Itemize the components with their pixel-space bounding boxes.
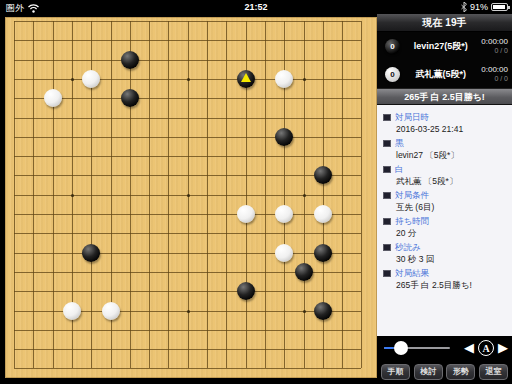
star-point [187,310,190,313]
player-row-black[interactable]: 0levin27(5段*)0:00:000 / 0 [377,32,512,60]
list-bullet-icon [383,166,391,173]
grid-line [14,330,361,331]
star-point [71,78,74,81]
list-bullet-icon [383,114,391,121]
grid-line [226,21,227,368]
black-stone[interactable] [314,166,332,184]
player-list: 0levin27(5段*)0:00:000 / 00武礼薫(5段*)0:00:0… [377,32,512,88]
info-value: levin27 〔5段*〕 [383,150,507,163]
info-value: 互先 (6目) [383,202,507,215]
grid-line [14,214,361,215]
list-bullet-icon [383,140,391,147]
move-slider[interactable] [384,341,450,355]
player-periods: 0 / 0 [481,47,508,55]
clock-label: 21:52 [0,2,512,12]
bluetooth-icon [461,2,467,12]
list-bullet-icon [383,192,391,199]
list-bullet-icon [383,244,391,251]
star-point [187,78,190,81]
prev-move-button[interactable]: ◀ [464,338,474,358]
grid-line [265,21,266,368]
slider-knob[interactable] [394,341,408,355]
white-stone[interactable] [82,70,100,88]
info-value: 武礼薫 〔5段*〕 [383,176,507,189]
sidebar: 現在 19手 0levin27(5段*)0:00:000 / 00武礼薫(5段*… [377,14,512,384]
info-label: 秒読み [383,241,507,254]
grid-line [14,233,361,234]
black-stone[interactable] [237,282,255,300]
info-value: 265手 白 2.5目勝ち! [383,280,507,293]
button-review[interactable]: 検討 [414,364,443,380]
result-banner: 265手 白 2.5目勝ち! [377,88,512,105]
black-stone[interactable] [314,302,332,320]
player-time: 0:00:00 [481,65,508,74]
white-stone-icon: 0 [385,67,400,82]
capture-count: 0 [390,42,394,51]
white-stone[interactable] [314,205,332,223]
star-point [303,194,306,197]
button-evaluation[interactable]: 形勢 [446,364,475,380]
button-leave-room[interactable]: 退室 [479,364,508,380]
black-stone[interactable] [82,244,100,262]
grid-line [14,368,361,369]
info-value: 30 秒 3 回 [383,254,507,267]
button-move-order[interactable]: 手順 [381,364,410,380]
battery-icon [491,3,508,11]
info-label: 対局結果 [383,267,507,280]
black-stone[interactable] [121,89,139,107]
info-label: 黒 [383,137,507,150]
capture-count: 0 [390,70,394,79]
white-stone[interactable] [63,302,81,320]
next-move-button[interactable]: ▶ [498,338,508,358]
player-periods: 0 / 0 [481,75,508,83]
star-point [71,194,74,197]
grid-line [361,21,362,368]
white-stone[interactable] [275,70,293,88]
status-bar: 圏外 21:52 91% [0,0,512,14]
black-stone-icon: 0 [385,39,400,54]
white-stone[interactable] [237,205,255,223]
list-bullet-icon [383,270,391,277]
black-stone[interactable] [121,51,139,69]
star-point [303,78,306,81]
grid-line [207,21,208,368]
info-label: 対局条件 [383,189,507,202]
info-value: 2016-03-25 21:41 [383,124,507,137]
star-point [303,310,306,313]
last-move-triangle-marker [241,73,251,82]
grid-line [14,253,361,254]
black-stone[interactable] [295,263,313,281]
grid-line [14,349,361,350]
player-name: 武礼薫(5段*) [400,68,481,81]
info-label: 持ち時間 [383,215,507,228]
battery-percent: 91% [470,2,488,12]
star-point [187,194,190,197]
grid-line [342,21,343,368]
game-info-panel: 対局日時2016-03-25 21:41黒levin27 〔5段*〕白武礼薫 〔… [377,105,512,336]
replay-controls: ◀ A ▶ [377,336,512,360]
grid-line [14,291,361,292]
white-stone[interactable] [275,244,293,262]
app-window: 圏外 21:52 91% 現在 19手 0levin27(5段*)0:00:00… [0,0,512,384]
move-count-header: 現在 19手 [377,14,512,32]
black-stone[interactable] [314,244,332,262]
board-area [0,14,377,384]
black-stone[interactable] [275,128,293,146]
info-label: 白 [383,163,507,176]
info-value: 20 分 [383,228,507,241]
list-bullet-icon [383,218,391,225]
info-label: 対局日時 [383,111,507,124]
player-name: levin27(5段*) [400,40,481,53]
auto-play-button[interactable]: A [478,340,494,356]
white-stone[interactable] [44,89,62,107]
white-stone[interactable] [275,205,293,223]
black-stone[interactable] [237,70,255,88]
player-time: 0:00:00 [481,37,508,46]
go-board[interactable] [5,17,377,378]
white-stone[interactable] [102,302,120,320]
action-button-row: 手順検討形勢退室 [377,360,512,384]
player-row-white[interactable]: 0武礼薫(5段*)0:00:000 / 0 [377,60,512,88]
